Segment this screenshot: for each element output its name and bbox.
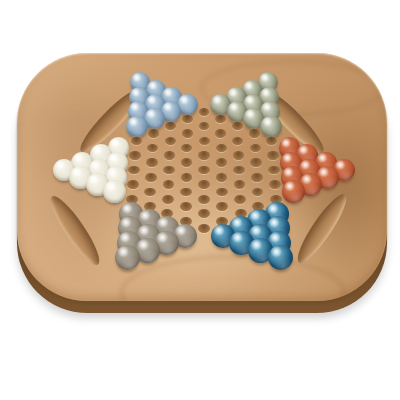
star-grid xyxy=(17,53,387,301)
board-hole[interactable] xyxy=(146,158,157,167)
board-hole[interactable] xyxy=(216,188,228,197)
board-hole[interactable] xyxy=(234,195,246,204)
board-hole[interactable] xyxy=(165,122,176,130)
board-hole[interactable] xyxy=(232,122,243,130)
marble-taupe-gray[interactable] xyxy=(115,245,140,270)
board-hole[interactable] xyxy=(268,166,280,175)
board-hole[interactable] xyxy=(163,166,175,175)
board-hole[interactable] xyxy=(181,173,193,182)
marble-dark-blue[interactable] xyxy=(268,245,293,270)
board-hole[interactable] xyxy=(163,180,175,189)
marble-red-orange[interactable] xyxy=(282,180,305,203)
board-hole[interactable] xyxy=(165,137,176,145)
board-hole[interactable] xyxy=(147,144,158,152)
board-hole[interactable] xyxy=(181,144,192,152)
marble-olive-green[interactable] xyxy=(260,116,281,137)
board-hole[interactable] xyxy=(251,173,263,182)
board-hole[interactable] xyxy=(180,202,192,211)
board-hole[interactable] xyxy=(198,209,210,218)
board-hole[interactable] xyxy=(216,173,228,182)
board-hole[interactable] xyxy=(198,151,209,159)
board-hole[interactable] xyxy=(199,137,210,145)
board-hole[interactable] xyxy=(181,158,192,167)
board-hole[interactable] xyxy=(198,224,210,233)
marble-pearl-white[interactable] xyxy=(103,180,126,203)
board-hole[interactable] xyxy=(249,129,260,137)
board-hole[interactable] xyxy=(232,137,243,145)
board-hole[interactable] xyxy=(148,129,159,137)
board-hole[interactable] xyxy=(199,122,210,130)
board-hole[interactable] xyxy=(198,180,210,189)
board-hole[interactable] xyxy=(234,180,246,189)
board-hole[interactable] xyxy=(164,151,175,159)
board-hole[interactable] xyxy=(180,188,192,197)
board-hole[interactable] xyxy=(233,151,244,159)
board-hole[interactable] xyxy=(128,166,140,175)
board-hole[interactable] xyxy=(162,195,174,204)
chinese-checkers-product-photo xyxy=(0,0,400,400)
board-hole[interactable] xyxy=(144,188,156,197)
board-hole[interactable] xyxy=(216,144,227,152)
board-hole[interactable] xyxy=(182,129,193,137)
board-hole[interactable] xyxy=(250,158,261,167)
board-hole[interactable] xyxy=(215,115,226,123)
board-hole[interactable] xyxy=(267,151,278,159)
board-hole[interactable] xyxy=(198,195,210,204)
board-hole[interactable] xyxy=(145,173,157,182)
board-hole[interactable] xyxy=(269,180,281,189)
board-hole[interactable] xyxy=(215,129,226,137)
board-hole[interactable] xyxy=(198,166,210,175)
board-surface xyxy=(17,53,387,301)
marble-blue-gray[interactable] xyxy=(126,116,147,137)
board-hole[interactable] xyxy=(182,115,193,123)
board-hole[interactable] xyxy=(131,137,142,145)
board-hole[interactable] xyxy=(250,144,261,152)
board-hole[interactable] xyxy=(129,151,140,159)
board-hole[interactable] xyxy=(216,202,228,211)
board-hole[interactable] xyxy=(127,180,139,189)
board-hole[interactable] xyxy=(199,108,210,116)
board-hole[interactable] xyxy=(233,166,245,175)
board-hole[interactable] xyxy=(216,158,227,167)
board-hole[interactable] xyxy=(266,137,277,145)
board-hole[interactable] xyxy=(252,188,264,197)
